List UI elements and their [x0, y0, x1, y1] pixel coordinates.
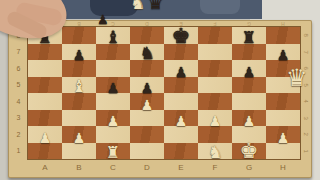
rank-label-1: 1	[11, 143, 26, 160]
square-g7[interactable]	[232, 44, 266, 61]
square-d7[interactable]	[130, 44, 164, 61]
rank-label-7: 7	[297, 46, 314, 57]
rank-label-3: 3	[297, 112, 314, 123]
square-a1[interactable]	[28, 143, 62, 160]
square-c7[interactable]	[96, 44, 130, 61]
square-f8[interactable]	[198, 27, 232, 44]
file-label-G: G	[232, 20, 266, 27]
captured-black-pawn: ♟	[97, 13, 109, 26]
square-a2[interactable]	[28, 126, 62, 143]
square-b2[interactable]	[62, 126, 96, 143]
square-d1[interactable]	[130, 143, 164, 160]
rank-label-4: 4	[297, 96, 314, 107]
scene: { "game": "chess", "scene_description": …	[0, 0, 320, 180]
square-d5[interactable]	[130, 77, 164, 94]
square-c4[interactable]	[96, 93, 130, 110]
square-a6[interactable]	[28, 60, 62, 77]
file-label-C: C	[96, 163, 130, 177]
square-a7[interactable]	[28, 44, 62, 61]
file-label-H: H	[266, 20, 300, 27]
square-h8[interactable]	[266, 27, 300, 44]
square-f1[interactable]	[198, 143, 232, 160]
square-f3[interactable]	[198, 110, 232, 127]
rank-labels-right: 87654321	[300, 27, 311, 159]
rank-label-4: 4	[11, 93, 26, 110]
square-d4[interactable]	[130, 93, 164, 110]
square-g5[interactable]	[232, 77, 266, 94]
file-label-D: D	[130, 20, 164, 27]
square-b8[interactable]	[62, 27, 96, 44]
file-label-G: G	[232, 163, 266, 177]
file-label-E: E	[164, 20, 198, 27]
square-b3[interactable]	[62, 110, 96, 127]
square-b6[interactable]	[62, 60, 96, 77]
file-labels-bottom: ABCDEFGH	[28, 163, 300, 177]
square-e2[interactable]	[164, 126, 198, 143]
square-e7[interactable]	[164, 44, 198, 61]
file-label-B: B	[62, 20, 96, 27]
square-e4[interactable]	[164, 93, 198, 110]
square-g2[interactable]	[232, 126, 266, 143]
file-labels-top: ABCDEFGH	[28, 20, 300, 27]
rank-label-7: 7	[11, 44, 26, 61]
rank-label-5: 5	[11, 77, 26, 94]
square-e6[interactable]	[164, 60, 198, 77]
rank-label-3: 3	[11, 110, 26, 127]
captured-black-queen: ♛	[147, 0, 164, 12]
rank-label-6: 6	[11, 60, 26, 77]
square-f2[interactable]	[198, 126, 232, 143]
square-e1[interactable]	[164, 143, 198, 160]
square-f5[interactable]	[198, 77, 232, 94]
square-b5[interactable]	[62, 77, 96, 94]
file-label-F: F	[198, 20, 232, 27]
file-label-D: D	[130, 163, 164, 177]
square-c5[interactable]	[96, 77, 130, 94]
square-h2[interactable]	[266, 126, 300, 143]
square-d3[interactable]	[130, 110, 164, 127]
square-h1[interactable]	[266, 143, 300, 160]
square-f7[interactable]	[198, 44, 232, 61]
square-h7[interactable]	[266, 44, 300, 61]
rank-label-2: 2	[297, 129, 314, 140]
square-e8[interactable]	[164, 27, 198, 44]
square-c6[interactable]	[96, 60, 130, 77]
square-c2[interactable]	[96, 126, 130, 143]
square-c8[interactable]	[96, 27, 130, 44]
square-h3[interactable]	[266, 110, 300, 127]
square-g8[interactable]	[232, 27, 266, 44]
file-label-A: A	[28, 163, 62, 177]
square-b7[interactable]	[62, 44, 96, 61]
square-d8[interactable]	[130, 27, 164, 44]
square-a4[interactable]	[28, 93, 62, 110]
background-highlight	[200, 0, 240, 14]
file-label-H: H	[266, 163, 300, 177]
square-e5[interactable]	[164, 77, 198, 94]
square-b4[interactable]	[62, 93, 96, 110]
rank-label-8: 8	[297, 30, 314, 41]
chess-board: ♜♝♚♜♟♞♟♟♟♟♟♝♟♟♟♟♟♟♟♟♜♞♚ ABCDEFGH 8765432…	[8, 20, 312, 178]
square-e3[interactable]	[164, 110, 198, 127]
rank-labels-left: 87654321	[11, 27, 26, 159]
square-d6[interactable]	[130, 60, 164, 77]
captured-white-knight: ♞	[130, 0, 145, 12]
square-c3[interactable]	[96, 110, 130, 127]
rank-label-2: 2	[11, 126, 26, 143]
square-g6[interactable]	[232, 60, 266, 77]
board-squares	[28, 27, 300, 159]
file-label-E: E	[164, 163, 198, 177]
square-g4[interactable]	[232, 93, 266, 110]
square-a3[interactable]	[28, 110, 62, 127]
square-d2[interactable]	[130, 126, 164, 143]
square-a5[interactable]	[28, 77, 62, 94]
square-h4[interactable]	[266, 93, 300, 110]
square-c1[interactable]	[96, 143, 130, 160]
square-b1[interactable]	[62, 143, 96, 160]
file-label-B: B	[62, 163, 96, 177]
square-f6[interactable]	[198, 60, 232, 77]
square-f4[interactable]	[198, 93, 232, 110]
file-label-F: F	[198, 163, 232, 177]
square-g3[interactable]	[232, 110, 266, 127]
captured-white-queen: ♛	[286, 66, 308, 90]
rank-label-1: 1	[297, 145, 314, 156]
square-g1[interactable]	[232, 143, 266, 160]
